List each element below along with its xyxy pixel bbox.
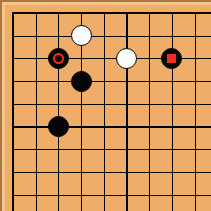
black-stone [161, 48, 182, 69]
intersection [160, 47, 183, 70]
white-stone [116, 48, 137, 69]
intersection [70, 70, 93, 93]
square-marker [167, 54, 176, 63]
white-stone [71, 25, 92, 46]
intersection [70, 24, 93, 47]
board-grid [2, 2, 206, 206]
circle-marker [53, 53, 64, 64]
intersection [47, 115, 70, 138]
intersection [47, 47, 70, 70]
intersection [115, 47, 138, 70]
black-stone [48, 116, 69, 137]
go-board-diagram [0, 0, 211, 211]
black-stone [71, 71, 92, 92]
black-stone [48, 48, 69, 69]
